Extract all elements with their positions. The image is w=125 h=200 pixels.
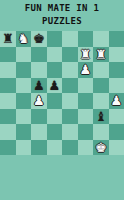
square-b3[interactable] <box>16 109 32 125</box>
square-g1[interactable]: ♚ <box>93 140 109 156</box>
square-a3[interactable] <box>0 109 16 125</box>
square-g7[interactable]: ♜ <box>93 47 109 63</box>
square-a1[interactable] <box>0 140 16 156</box>
title-line-1: FUN MATE IN 1 <box>0 2 124 15</box>
square-h5[interactable] <box>109 78 125 94</box>
square-a6[interactable] <box>0 62 16 78</box>
square-c5[interactable]: ♟ <box>31 78 47 94</box>
square-b8[interactable]: ♞ <box>16 31 32 47</box>
white-knight[interactable]: ♞ <box>17 32 29 45</box>
square-b1[interactable] <box>16 140 32 156</box>
square-g5[interactable] <box>93 78 109 94</box>
square-f5[interactable] <box>78 78 94 94</box>
square-h4[interactable]: ♟ <box>109 93 125 109</box>
square-d1[interactable] <box>47 140 63 156</box>
square-g4[interactable] <box>93 93 109 109</box>
square-h3[interactable] <box>109 109 125 125</box>
square-h6[interactable] <box>109 62 125 78</box>
black-rook[interactable]: ♜ <box>2 32 14 45</box>
square-e4[interactable] <box>62 93 78 109</box>
chess-board: ♜♞♚♜♜♟♟♟♟♟♝♚ <box>0 31 124 155</box>
square-a5[interactable] <box>0 78 16 94</box>
puzzle-app-screen: FUN MATE IN 1 PUZZLES ♜♞♚♜♜♟♟♟♟♟♝♚ <box>0 0 124 200</box>
white-king[interactable]: ♚ <box>95 141 107 154</box>
square-c2[interactable] <box>31 124 47 140</box>
square-a4[interactable] <box>0 93 16 109</box>
white-rook[interactable]: ♜ <box>95 48 107 61</box>
square-c7[interactable] <box>31 47 47 63</box>
square-g2[interactable] <box>93 124 109 140</box>
title-line-2: PUZZLES <box>0 15 124 28</box>
square-a8[interactable]: ♜ <box>0 31 16 47</box>
square-g6[interactable] <box>93 62 109 78</box>
square-b2[interactable] <box>16 124 32 140</box>
square-d2[interactable] <box>47 124 63 140</box>
square-d7[interactable] <box>47 47 63 63</box>
square-h8[interactable] <box>109 31 125 47</box>
white-pawn[interactable]: ♟ <box>110 94 122 107</box>
black-bishop[interactable]: ♝ <box>95 110 107 123</box>
black-pawn[interactable]: ♟ <box>33 79 45 92</box>
square-e3[interactable] <box>62 109 78 125</box>
square-g3[interactable]: ♝ <box>93 109 109 125</box>
square-c1[interactable] <box>31 140 47 156</box>
square-h7[interactable] <box>109 47 125 63</box>
square-b4[interactable] <box>16 93 32 109</box>
page-title: FUN MATE IN 1 PUZZLES <box>0 2 124 28</box>
square-d8[interactable] <box>47 31 63 47</box>
square-e6[interactable] <box>62 62 78 78</box>
square-e7[interactable] <box>62 47 78 63</box>
square-e8[interactable] <box>62 31 78 47</box>
square-f6[interactable]: ♟ <box>78 62 94 78</box>
square-b7[interactable] <box>16 47 32 63</box>
black-pawn[interactable]: ♟ <box>48 79 60 92</box>
square-c8[interactable]: ♚ <box>31 31 47 47</box>
square-b5[interactable] <box>16 78 32 94</box>
square-e1[interactable] <box>62 140 78 156</box>
square-d4[interactable] <box>47 93 63 109</box>
square-c4[interactable]: ♟ <box>31 93 47 109</box>
square-f7[interactable]: ♜ <box>78 47 94 63</box>
square-f3[interactable] <box>78 109 94 125</box>
square-f4[interactable] <box>78 93 94 109</box>
square-g8[interactable] <box>93 31 109 47</box>
square-f2[interactable] <box>78 124 94 140</box>
black-king[interactable]: ♚ <box>33 32 45 45</box>
square-a7[interactable] <box>0 47 16 63</box>
square-h1[interactable] <box>109 140 125 156</box>
square-h2[interactable] <box>109 124 125 140</box>
square-d5[interactable]: ♟ <box>47 78 63 94</box>
square-e2[interactable] <box>62 124 78 140</box>
white-pawn[interactable]: ♟ <box>33 94 45 107</box>
square-f8[interactable] <box>78 31 94 47</box>
white-pawn[interactable]: ♟ <box>79 63 91 76</box>
square-e5[interactable] <box>62 78 78 94</box>
square-b6[interactable] <box>16 62 32 78</box>
white-rook[interactable]: ♜ <box>79 48 91 61</box>
square-a2[interactable] <box>0 124 16 140</box>
square-d3[interactable] <box>47 109 63 125</box>
square-c3[interactable] <box>31 109 47 125</box>
square-f1[interactable] <box>78 140 94 156</box>
square-d6[interactable] <box>47 62 63 78</box>
square-c6[interactable] <box>31 62 47 78</box>
